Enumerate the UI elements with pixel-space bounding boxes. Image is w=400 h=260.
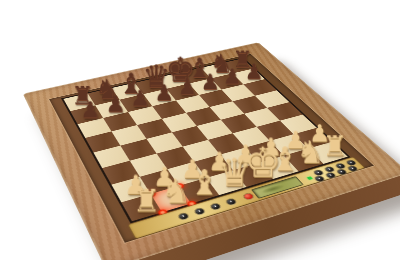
panel-left-button-1[interactable] [178, 212, 189, 219]
panel-right-bottom-button-2[interactable] [325, 172, 336, 178]
piece-white-knight-g1[interactable]: ♞ [296, 138, 325, 167]
red-button[interactable] [243, 193, 254, 200]
panel-right-bottom-button-4[interactable] [347, 165, 358, 171]
panel-right-top-button-1[interactable] [313, 169, 324, 175]
panel-right-bottom-button-1[interactable] [314, 175, 325, 181]
panel-left-button-2[interactable] [194, 207, 205, 214]
panel-left-button-4[interactable] [225, 198, 236, 205]
piece-white-knight-b1[interactable]: ♞ [160, 176, 191, 207]
piece-white-rook-h1[interactable]: ♜ [321, 134, 350, 159]
chess-computer-board: ♜♞♝♛♚♝♞♜♟♟♟♟♟♟♟♟♟♟♟♟♟♟♟♟♜♞♝♛♚♝♞♜ [23, 42, 400, 260]
scene: ♜♞♝♛♚♝♞♜♟♟♟♟♟♟♟♟♟♟♟♟♟♟♟♟♜♞♝♛♚♝♞♜ [0, 0, 400, 260]
piece-white-rook-a1[interactable]: ♜ [131, 188, 163, 216]
lcd-reflection [260, 183, 286, 194]
panel-left-button-3[interactable] [210, 203, 221, 210]
right-button-group-bottom [314, 165, 358, 181]
panel-right-top-button-2[interactable] [324, 166, 335, 172]
screenshot-viewport: ♜♞♝♛♚♝♞♜♟♟♟♟♟♟♟♟♟♟♟♟♟♟♟♟♜♞♝♛♚♝♞♜ [0, 0, 400, 260]
panel-right-top-button-4[interactable] [346, 160, 357, 166]
green-status-led [306, 176, 312, 180]
panel-right-bottom-button-3[interactable] [336, 169, 347, 175]
piece-white-bishop-c1[interactable]: ♝ [189, 167, 220, 199]
piece-white-queen-d1[interactable]: ♛ [217, 155, 247, 190]
panel-right-top-button-3[interactable] [335, 163, 346, 169]
